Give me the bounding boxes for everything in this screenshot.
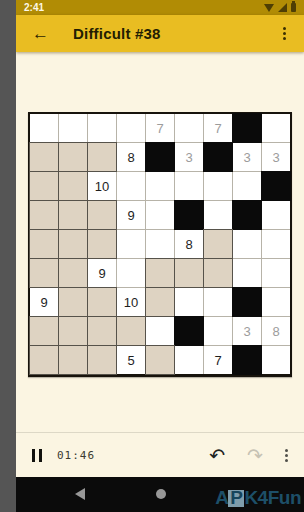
board-cell[interactable] <box>233 259 261 287</box>
back-button[interactable]: ← <box>32 25 49 42</box>
android-nav-bar: A P K4Fun <box>16 477 304 512</box>
board-cell[interactable] <box>175 172 203 200</box>
board-cell[interactable] <box>175 346 203 374</box>
board-cell[interactable] <box>59 114 87 142</box>
board-cell[interactable] <box>30 201 58 229</box>
board-cell[interactable] <box>233 288 261 316</box>
board-cell[interactable] <box>146 230 174 258</box>
board-cell[interactable]: 8 <box>175 230 203 258</box>
board-cell[interactable] <box>175 114 203 142</box>
nav-back-icon[interactable] <box>75 488 85 500</box>
board-cell[interactable] <box>117 259 145 287</box>
page-title: Difficult #38 <box>73 25 161 42</box>
board-cell[interactable] <box>88 114 116 142</box>
board-overflow-menu-button[interactable] <box>283 445 290 466</box>
board-cell[interactable]: 5 <box>117 346 145 374</box>
nav-recents-icon[interactable]: P <box>228 490 244 507</box>
board-cell[interactable] <box>233 172 261 200</box>
board-cell[interactable]: 7 <box>146 114 174 142</box>
board-cell[interactable] <box>146 201 174 229</box>
board-cell[interactable] <box>146 143 174 171</box>
pause-button[interactable] <box>30 447 44 464</box>
board-cell[interactable] <box>262 259 290 287</box>
board-cell[interactable] <box>146 346 174 374</box>
board-cell[interactable] <box>146 259 174 287</box>
board-cell[interactable] <box>30 114 58 142</box>
status-time: 2:41 <box>24 2 44 13</box>
board-cell[interactable]: 10 <box>117 288 145 316</box>
board-cell[interactable] <box>59 230 87 258</box>
board-cell[interactable] <box>233 346 261 374</box>
board-cell[interactable]: 8 <box>117 143 145 171</box>
content-area: 778333109899103857 <box>16 52 304 432</box>
board-cell[interactable] <box>204 201 232 229</box>
board-cell[interactable] <box>204 230 232 258</box>
board-cell[interactable]: 9 <box>88 259 116 287</box>
status-bar: 2:41 <box>16 0 304 15</box>
wifi-icon <box>264 4 274 12</box>
board-cell[interactable] <box>88 230 116 258</box>
board-cell[interactable]: 10 <box>88 172 116 200</box>
board-cell[interactable] <box>30 230 58 258</box>
board-cell[interactable] <box>204 172 232 200</box>
phone-screen: 2:41 ← Difficult #38 778333109899103857 … <box>16 0 304 512</box>
watermark-text-rest: K4Fun <box>244 487 301 509</box>
battery-icon <box>291 3 296 12</box>
board-cell[interactable] <box>175 201 203 229</box>
board-cell[interactable] <box>59 259 87 287</box>
watermark-text-a: A <box>215 487 228 509</box>
board-cell[interactable] <box>146 288 174 316</box>
board-cell[interactable] <box>204 259 232 287</box>
undo-button[interactable]: ↶ <box>209 446 225 465</box>
board-cell[interactable] <box>117 114 145 142</box>
board-cell[interactable] <box>88 201 116 229</box>
elapsed-timer: 01:46 <box>57 449 95 462</box>
board-cell[interactable] <box>117 317 145 345</box>
board-cell[interactable] <box>30 143 58 171</box>
board-cell[interactable] <box>30 317 58 345</box>
board-cell[interactable] <box>88 143 116 171</box>
puzzle-board: 778333109899103857 <box>28 112 292 377</box>
board-cell[interactable]: 7 <box>204 346 232 374</box>
board-cell[interactable] <box>233 114 261 142</box>
nav-home-icon[interactable] <box>156 489 166 499</box>
app-bar: ← Difficult #38 <box>16 15 304 52</box>
board-cell[interactable] <box>59 172 87 200</box>
signal-icon <box>278 3 287 12</box>
board-cell[interactable] <box>146 317 174 345</box>
board-cell[interactable] <box>59 346 87 374</box>
board-cell[interactable] <box>233 230 261 258</box>
board-cell[interactable]: 8 <box>262 317 290 345</box>
board-cell[interactable] <box>117 230 145 258</box>
board-cell[interactable] <box>59 143 87 171</box>
board-cell[interactable] <box>59 201 87 229</box>
board-cell[interactable]: 9 <box>30 288 58 316</box>
apk4fun-watermark: A P K4Fun <box>215 487 301 509</box>
board-cell[interactable] <box>175 259 203 287</box>
board-cell[interactable] <box>262 201 290 229</box>
board-cell[interactable] <box>88 317 116 345</box>
board-cell[interactable] <box>59 288 87 316</box>
board-cell[interactable] <box>117 172 145 200</box>
board-cell[interactable]: 3 <box>175 143 203 171</box>
board-cell[interactable] <box>262 114 290 142</box>
board-cell[interactable] <box>233 201 261 229</box>
board-cell[interactable] <box>146 172 174 200</box>
board-cell[interactable] <box>204 143 232 171</box>
board-cell[interactable] <box>262 230 290 258</box>
control-bar: 01:46 ↶ ↷ <box>16 432 304 477</box>
board-cell[interactable] <box>30 172 58 200</box>
board-cell[interactable] <box>262 346 290 374</box>
board-cell[interactable]: 3 <box>233 143 261 171</box>
board-cell[interactable] <box>175 288 203 316</box>
board-cell[interactable] <box>204 288 232 316</box>
board-cell[interactable] <box>88 346 116 374</box>
board-cell[interactable]: 3 <box>262 143 290 171</box>
redo-button[interactable]: ↷ <box>247 446 263 465</box>
board-cell[interactable]: 9 <box>117 201 145 229</box>
overflow-menu-button[interactable] <box>281 23 288 44</box>
board-cell[interactable] <box>175 317 203 345</box>
board-cell[interactable] <box>262 288 290 316</box>
board-cell[interactable]: 3 <box>233 317 261 345</box>
board-cell[interactable] <box>30 259 58 287</box>
board-cell[interactable] <box>204 317 232 345</box>
status-icons <box>264 3 296 12</box>
board-cell[interactable]: 7 <box>204 114 232 142</box>
board-cell[interactable] <box>59 317 87 345</box>
board-cell[interactable] <box>88 288 116 316</box>
board-cell[interactable] <box>30 346 58 374</box>
board-cell[interactable] <box>262 172 290 200</box>
